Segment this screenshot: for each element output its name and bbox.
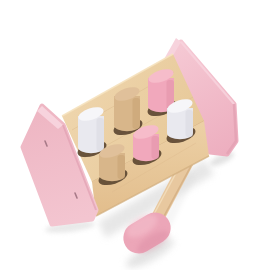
product-photo bbox=[0, 0, 270, 270]
peg-body-shade bbox=[118, 155, 126, 179]
toy-illustration bbox=[0, 0, 270, 270]
peg-body-shade bbox=[97, 118, 105, 151]
peg-body-shade bbox=[133, 98, 141, 129]
peg-body-shade bbox=[186, 110, 194, 137]
peg-body-shade bbox=[152, 136, 160, 159]
